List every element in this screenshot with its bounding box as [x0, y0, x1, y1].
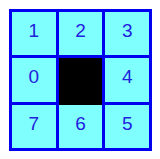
tile-1-label: 1: [29, 21, 40, 40]
tile-2-label: 2: [75, 21, 86, 40]
tile-1[interactable]: 1: [12, 12, 56, 55]
tile-2[interactable]: 2: [59, 12, 103, 55]
tile-6[interactable]: 6: [59, 105, 103, 148]
tile-0-label: 0: [29, 67, 40, 86]
tile-3[interactable]: 3: [105, 12, 149, 55]
tile-6-label: 6: [75, 114, 86, 133]
puzzle-board: 1 2 3 0 4 7 6 5: [9, 9, 152, 151]
tile-5-label: 5: [122, 114, 133, 133]
tile-4[interactable]: 4: [105, 58, 149, 101]
tile-7-label: 7: [29, 114, 40, 133]
tile-5[interactable]: 5: [105, 105, 149, 148]
tile-0[interactable]: 0: [12, 58, 56, 101]
tile-4-label: 4: [122, 67, 133, 86]
tile-7[interactable]: 7: [12, 105, 56, 148]
blank-cell: [59, 58, 103, 101]
tile-3-label: 3: [122, 21, 133, 40]
